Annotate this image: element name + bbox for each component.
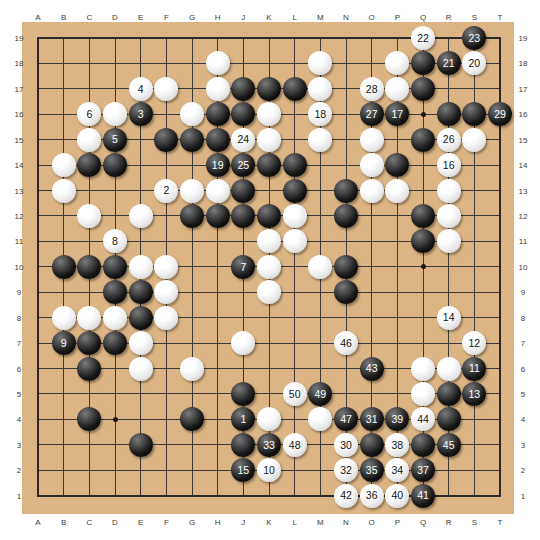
stone-D15[interactable]: 5 [103, 128, 127, 152]
col-label-bottom-R: R [446, 518, 452, 527]
move-number-16: 16 [443, 160, 455, 171]
move-number-20: 20 [468, 58, 480, 69]
col-label-bottom-S: S [472, 518, 477, 527]
col-label-bottom-O: O [369, 518, 375, 527]
move-number-47: 47 [340, 414, 352, 425]
col-label-top-S: S [472, 13, 477, 22]
row-label-left-17: 17 [15, 84, 24, 93]
move-number-46: 46 [340, 338, 352, 349]
col-label-bottom-M: M [317, 518, 324, 527]
col-label-top-O: O [369, 13, 375, 22]
col-label-top-K: K [266, 13, 271, 22]
row-label-right-13: 13 [519, 186, 528, 195]
stone-O3[interactable] [360, 433, 384, 457]
stone-R14[interactable]: 16 [437, 153, 461, 177]
stone-F10[interactable] [154, 255, 178, 279]
move-number-11: 11 [469, 363, 480, 374]
stone-J17[interactable] [231, 77, 255, 101]
col-label-bottom-N: N [343, 518, 349, 527]
col-label-bottom-E: E [138, 518, 143, 527]
move-number-42: 42 [340, 490, 352, 501]
stone-L14[interactable] [283, 153, 307, 177]
stone-O16[interactable]: 27 [360, 102, 384, 126]
move-number-14: 14 [443, 312, 455, 323]
stone-R15[interactable]: 26 [437, 128, 461, 152]
row-label-right-18: 18 [519, 59, 528, 68]
stone-E3[interactable] [129, 433, 153, 457]
stone-N13[interactable] [334, 179, 358, 203]
go-board-diagram: 2223212042863182717295242619251628714946… [0, 0, 540, 540]
move-number-24: 24 [237, 134, 249, 145]
row-label-left-9: 9 [17, 288, 21, 297]
stone-F17[interactable] [154, 77, 178, 101]
col-label-top-B: B [61, 13, 66, 22]
star-point-Q16 [421, 112, 426, 117]
stone-N12[interactable] [334, 204, 358, 228]
row-label-left-6: 6 [17, 364, 21, 373]
stone-L12[interactable] [283, 204, 307, 228]
stone-N3[interactable]: 30 [334, 433, 358, 457]
move-number-35: 35 [366, 465, 378, 476]
stone-S6[interactable]: 11 [462, 357, 486, 381]
row-label-right-11: 11 [519, 237, 527, 246]
move-number-28: 28 [366, 84, 378, 95]
stone-Q5[interactable] [411, 382, 435, 406]
stone-N7[interactable]: 46 [334, 331, 358, 355]
move-number-7: 7 [240, 262, 246, 273]
stone-R12[interactable] [437, 204, 461, 228]
move-number-45: 45 [443, 440, 455, 451]
stone-R3[interactable]: 45 [437, 433, 461, 457]
move-number-25: 25 [237, 160, 249, 171]
move-number-32: 32 [340, 465, 352, 476]
col-label-bottom-J: J [241, 518, 245, 527]
stone-D7[interactable] [103, 331, 127, 355]
row-label-right-8: 8 [521, 313, 525, 322]
stone-O6[interactable]: 43 [360, 357, 384, 381]
row-label-left-13: 13 [15, 186, 24, 195]
stone-P3[interactable]: 38 [385, 433, 409, 457]
move-number-3: 3 [138, 109, 144, 120]
stone-H18[interactable] [206, 51, 230, 75]
row-label-left-1: 1 [17, 491, 21, 500]
row-label-left-7: 7 [17, 339, 21, 348]
stone-K3[interactable]: 33 [257, 433, 281, 457]
stone-L11[interactable] [283, 229, 307, 253]
row-label-right-3: 3 [521, 440, 525, 449]
stone-Q3[interactable] [411, 433, 435, 457]
col-label-bottom-D: D [112, 518, 118, 527]
col-label-bottom-K: K [266, 518, 271, 527]
col-label-bottom-F: F [164, 518, 169, 527]
row-label-left-4: 4 [17, 415, 21, 424]
row-label-right-6: 6 [521, 364, 525, 373]
stone-Q15[interactable] [411, 128, 435, 152]
stone-J13[interactable] [231, 179, 255, 203]
move-number-17: 17 [391, 109, 403, 120]
move-number-48: 48 [289, 440, 301, 451]
stone-D8[interactable] [103, 306, 127, 330]
col-label-top-Q: Q [420, 13, 426, 22]
stone-E16[interactable]: 3 [129, 102, 153, 126]
row-label-left-12: 12 [15, 211, 24, 220]
col-label-bottom-Q: Q [420, 518, 426, 527]
col-label-top-N: N [343, 13, 349, 22]
col-label-top-F: F [164, 13, 169, 22]
move-number-40: 40 [391, 490, 403, 501]
stone-M17[interactable] [308, 77, 332, 101]
stone-H13[interactable] [206, 179, 230, 203]
stone-R11[interactable] [437, 229, 461, 253]
stone-C8[interactable] [77, 306, 101, 330]
move-number-43: 43 [366, 363, 378, 374]
row-label-left-11: 11 [15, 237, 23, 246]
stone-B8[interactable] [52, 306, 76, 330]
row-label-right-16: 16 [519, 110, 528, 119]
row-label-left-10: 10 [15, 262, 24, 271]
stone-E6[interactable] [129, 357, 153, 381]
col-label-top-L: L [292, 13, 296, 22]
stone-D10[interactable] [103, 255, 127, 279]
col-label-top-T: T [498, 13, 503, 22]
stone-C6[interactable] [77, 357, 101, 381]
row-label-right-17: 17 [519, 84, 528, 93]
stone-M10[interactable] [308, 255, 332, 279]
stone-L5[interactable]: 50 [283, 382, 307, 406]
stone-E8[interactable] [129, 306, 153, 330]
move-number-12: 12 [468, 338, 480, 349]
col-label-top-D: D [112, 13, 118, 22]
stone-G13[interactable] [180, 179, 204, 203]
stone-R4[interactable] [437, 407, 461, 431]
star-point-D4 [113, 417, 118, 422]
row-label-right-15: 15 [519, 135, 528, 144]
col-label-top-E: E [138, 13, 143, 22]
move-number-29: 29 [494, 109, 506, 120]
stone-E7[interactable] [129, 331, 153, 355]
stone-H17[interactable] [206, 77, 230, 101]
stone-E9[interactable] [129, 280, 153, 304]
stone-Q19[interactable]: 22 [411, 26, 435, 50]
stone-O13[interactable] [360, 179, 384, 203]
stone-H15[interactable] [206, 128, 230, 152]
stone-K14[interactable] [257, 153, 281, 177]
stone-O2[interactable]: 35 [360, 458, 384, 482]
row-label-left-2: 2 [17, 466, 21, 475]
row-label-left-8: 8 [17, 313, 21, 322]
move-number-4: 4 [138, 84, 144, 95]
stone-B7[interactable]: 9 [52, 331, 76, 355]
stone-T16[interactable]: 29 [488, 102, 512, 126]
row-label-left-16: 16 [15, 110, 24, 119]
col-label-bottom-B: B [61, 518, 66, 527]
row-label-right-1: 1 [521, 491, 525, 500]
row-label-left-18: 18 [15, 59, 24, 68]
stone-P1[interactable]: 40 [385, 484, 409, 508]
stone-B14[interactable] [52, 153, 76, 177]
stone-Q17[interactable] [411, 77, 435, 101]
stone-L3[interactable]: 48 [283, 433, 307, 457]
row-label-right-7: 7 [521, 339, 525, 348]
stone-E12[interactable] [129, 204, 153, 228]
stone-R8[interactable]: 14 [437, 306, 461, 330]
stone-Q12[interactable] [411, 204, 435, 228]
row-label-right-14: 14 [519, 161, 528, 170]
stone-R5[interactable] [437, 382, 461, 406]
col-label-top-C: C [86, 13, 92, 22]
stone-F13[interactable]: 2 [154, 179, 178, 203]
stone-M15[interactable] [308, 128, 332, 152]
row-label-right-10: 10 [519, 262, 528, 271]
stone-G15[interactable] [180, 128, 204, 152]
move-number-18: 18 [314, 109, 326, 120]
move-number-44: 44 [417, 414, 429, 425]
col-label-top-A: A [35, 13, 40, 22]
stone-O4[interactable]: 31 [360, 407, 384, 431]
stone-E10[interactable] [129, 255, 153, 279]
stone-G6[interactable] [180, 357, 204, 381]
move-number-10: 10 [263, 465, 275, 476]
move-number-13: 13 [468, 389, 480, 400]
stone-S15[interactable] [462, 128, 486, 152]
move-number-19: 19 [212, 160, 224, 171]
move-number-41: 41 [417, 490, 429, 501]
stone-J15[interactable]: 24 [231, 128, 255, 152]
col-label-top-R: R [446, 13, 452, 22]
move-number-21: 21 [443, 58, 455, 69]
stone-C10[interactable] [77, 255, 101, 279]
stone-N10[interactable] [334, 255, 358, 279]
move-number-9: 9 [61, 338, 67, 349]
stone-O17[interactable]: 28 [360, 77, 384, 101]
stone-E17[interactable]: 4 [129, 77, 153, 101]
row-label-right-4: 4 [521, 415, 525, 424]
stone-C15[interactable] [77, 128, 101, 152]
stone-K10[interactable] [257, 255, 281, 279]
col-label-bottom-H: H [215, 518, 221, 527]
stone-P13[interactable] [385, 179, 409, 203]
move-number-36: 36 [366, 490, 378, 501]
col-label-bottom-A: A [35, 518, 40, 527]
move-number-31: 31 [366, 414, 378, 425]
stone-N1[interactable]: 42 [334, 484, 358, 508]
row-label-left-19: 19 [15, 34, 24, 43]
move-number-39: 39 [391, 414, 403, 425]
stone-H12[interactable] [206, 204, 230, 228]
stone-B10[interactable] [52, 255, 76, 279]
stone-O1[interactable]: 36 [360, 484, 384, 508]
goban-board[interactable]: 2223212042863182717295242619251628714946… [22, 22, 514, 514]
row-label-right-2: 2 [521, 466, 525, 475]
move-number-30: 30 [340, 440, 352, 451]
stone-D14[interactable] [103, 153, 127, 177]
row-label-right-5: 5 [521, 389, 525, 398]
move-number-22: 22 [417, 33, 429, 44]
stone-K15[interactable] [257, 128, 281, 152]
row-label-left-14: 14 [15, 161, 24, 170]
col-label-top-G: G [189, 13, 195, 22]
stone-F15[interactable] [154, 128, 178, 152]
stone-K17[interactable] [257, 77, 281, 101]
col-label-top-J: J [241, 13, 245, 22]
stone-P17[interactable] [385, 77, 409, 101]
col-label-bottom-P: P [395, 518, 400, 527]
row-label-right-9: 9 [521, 288, 525, 297]
stone-O14[interactable] [360, 153, 384, 177]
row-label-left-5: 5 [17, 389, 21, 398]
stone-R6[interactable] [437, 357, 461, 381]
move-number-34: 34 [391, 465, 403, 476]
move-number-26: 26 [443, 134, 455, 145]
move-number-6: 6 [86, 109, 92, 120]
move-number-15: 15 [237, 465, 249, 476]
stone-J3[interactable] [231, 433, 255, 457]
col-label-bottom-L: L [292, 518, 296, 527]
move-number-2: 2 [163, 185, 169, 196]
move-number-8: 8 [112, 236, 118, 247]
stone-K12[interactable] [257, 204, 281, 228]
stone-R16[interactable] [437, 102, 461, 126]
col-label-bottom-G: G [189, 518, 195, 527]
stone-G12[interactable] [180, 204, 204, 228]
stone-R13[interactable] [437, 179, 461, 203]
stone-F8[interactable] [154, 306, 178, 330]
move-number-38: 38 [391, 440, 403, 451]
stone-H14[interactable]: 19 [206, 153, 230, 177]
row-label-left-3: 3 [17, 440, 21, 449]
col-label-bottom-T: T [498, 518, 503, 527]
stone-Q6[interactable] [411, 357, 435, 381]
row-label-left-15: 15 [15, 135, 24, 144]
row-label-right-12: 12 [519, 211, 528, 220]
stone-O15[interactable] [360, 128, 384, 152]
move-number-23: 23 [468, 33, 480, 44]
move-number-37: 37 [417, 465, 429, 476]
stone-L17[interactable] [283, 77, 307, 101]
star-point-Q10 [421, 264, 426, 269]
stone-J10[interactable]: 7 [231, 255, 255, 279]
move-number-1: 1 [240, 414, 246, 425]
row-label-right-19: 19 [519, 34, 528, 43]
col-label-top-M: M [317, 13, 324, 22]
move-number-5: 5 [112, 134, 118, 145]
col-label-bottom-C: C [86, 518, 92, 527]
stone-H16[interactable] [206, 102, 230, 126]
move-number-27: 27 [366, 109, 378, 120]
move-number-33: 33 [263, 440, 275, 451]
move-number-50: 50 [289, 389, 301, 400]
stone-B13[interactable] [52, 179, 76, 203]
stone-Q1[interactable]: 41 [411, 484, 435, 508]
stone-R18[interactable]: 21 [437, 51, 461, 75]
stone-L13[interactable] [283, 179, 307, 203]
col-label-top-H: H [215, 13, 221, 22]
move-number-49: 49 [314, 389, 326, 400]
col-label-top-P: P [395, 13, 400, 22]
